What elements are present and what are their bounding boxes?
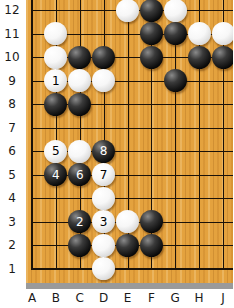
stone-D6[interactable]: 8 bbox=[92, 140, 115, 163]
stone-B5[interactable]: 4 bbox=[44, 163, 67, 186]
stone-B9[interactable]: 1 bbox=[44, 69, 67, 92]
column-label-A: A bbox=[22, 291, 42, 305]
column-label-C: C bbox=[70, 291, 90, 305]
move-number-label: 8 bbox=[100, 145, 108, 157]
stone-D9[interactable] bbox=[92, 69, 115, 92]
row-label-11: 11 bbox=[0, 27, 24, 41]
stone-D1[interactable] bbox=[92, 257, 115, 280]
row-label-5: 5 bbox=[0, 168, 24, 182]
move-number-label: 5 bbox=[52, 145, 60, 157]
row-label-10: 10 bbox=[0, 50, 24, 64]
stone-J10[interactable] bbox=[212, 46, 234, 69]
stone-F10[interactable] bbox=[140, 46, 163, 69]
row-label-1: 1 bbox=[0, 262, 24, 276]
stone-E3[interactable] bbox=[116, 210, 139, 233]
stone-H10[interactable] bbox=[188, 46, 211, 69]
stone-C5[interactable]: 6 bbox=[68, 163, 91, 186]
stone-C10[interactable] bbox=[68, 46, 91, 69]
column-label-D: D bbox=[94, 291, 114, 305]
column-label-B: B bbox=[46, 291, 66, 305]
row-label-8: 8 bbox=[0, 97, 24, 111]
stone-J11[interactable] bbox=[212, 22, 234, 45]
stone-D4[interactable] bbox=[92, 187, 115, 210]
row-label-12: 12 bbox=[0, 3, 24, 17]
row-label-2: 2 bbox=[0, 238, 24, 252]
stone-B6[interactable]: 5 bbox=[44, 140, 67, 163]
move-number-label: 4 bbox=[52, 169, 60, 181]
stone-E12[interactable] bbox=[116, 0, 139, 22]
stone-D10[interactable] bbox=[92, 46, 115, 69]
stone-B10[interactable] bbox=[44, 46, 67, 69]
stone-D2[interactable] bbox=[92, 234, 115, 257]
column-label-G: G bbox=[165, 291, 185, 305]
row-label-4: 4 bbox=[0, 191, 24, 205]
stone-C3[interactable]: 2 bbox=[68, 210, 91, 233]
column-label-J: J bbox=[213, 291, 233, 305]
stone-F12[interactable] bbox=[140, 0, 163, 22]
stone-D3[interactable]: 3 bbox=[92, 210, 115, 233]
stone-F2[interactable] bbox=[140, 234, 163, 257]
move-number-label: 7 bbox=[100, 169, 108, 181]
go-diagram: 15846723 121110987654321ABCDEFGHJ bbox=[0, 0, 233, 308]
go-board[interactable]: 15846723 bbox=[26, 0, 233, 283]
stone-C6[interactable] bbox=[68, 140, 91, 163]
move-number-label: 1 bbox=[52, 75, 60, 87]
column-label-F: F bbox=[141, 291, 161, 305]
board-bottom-shadow bbox=[26, 283, 233, 289]
stone-C8[interactable] bbox=[68, 93, 91, 116]
stone-G12[interactable] bbox=[164, 0, 187, 22]
column-label-E: E bbox=[118, 291, 138, 305]
stone-C2[interactable] bbox=[68, 234, 91, 257]
stone-H11[interactable] bbox=[188, 22, 211, 45]
grid-hline-7 bbox=[31, 128, 233, 129]
move-number-label: 2 bbox=[76, 216, 84, 228]
stone-F3[interactable] bbox=[140, 210, 163, 233]
stone-C9[interactable] bbox=[68, 69, 91, 92]
move-number-label: 6 bbox=[76, 169, 84, 181]
row-label-6: 6 bbox=[0, 144, 24, 158]
stone-G9[interactable] bbox=[164, 69, 187, 92]
move-number-label: 3 bbox=[100, 216, 108, 228]
stone-G11[interactable] bbox=[164, 22, 187, 45]
stone-D5[interactable]: 7 bbox=[92, 163, 115, 186]
stone-F11[interactable] bbox=[140, 22, 163, 45]
stone-E2[interactable] bbox=[116, 234, 139, 257]
grid-hline-4 bbox=[31, 198, 233, 199]
stone-B8[interactable] bbox=[44, 93, 67, 116]
grid-hline-1 bbox=[31, 268, 233, 270]
row-label-7: 7 bbox=[0, 121, 24, 135]
stone-B11[interactable] bbox=[44, 22, 67, 45]
column-label-H: H bbox=[189, 291, 209, 305]
row-label-3: 3 bbox=[0, 215, 24, 229]
grid-vline-A bbox=[31, 0, 33, 270]
row-label-9: 9 bbox=[0, 74, 24, 88]
